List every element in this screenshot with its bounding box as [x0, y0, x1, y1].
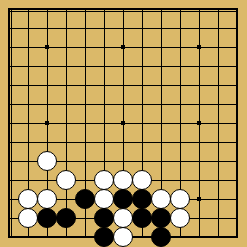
intersection[interactable]: ○: [38, 152, 57, 171]
white-stone: ○: [132, 170, 152, 190]
intersection[interactable]: [76, 19, 95, 38]
intersection[interactable]: [0, 38, 19, 57]
intersection[interactable]: ○: [38, 190, 57, 209]
intersection[interactable]: [114, 38, 133, 57]
intersection[interactable]: [190, 19, 209, 38]
intersection[interactable]: ●: [57, 209, 76, 228]
intersection[interactable]: [76, 0, 95, 19]
intersection[interactable]: [95, 0, 114, 19]
intersection[interactable]: [38, 57, 57, 76]
intersection[interactable]: [38, 38, 57, 57]
intersection[interactable]: [190, 114, 209, 133]
black-stone: ●: [113, 189, 133, 209]
intersection[interactable]: [228, 114, 247, 133]
intersection[interactable]: ○: [152, 190, 171, 209]
intersection[interactable]: [114, 114, 133, 133]
intersection[interactable]: [0, 171, 19, 190]
intersection[interactable]: [19, 171, 38, 190]
intersection[interactable]: [152, 76, 171, 95]
intersection[interactable]: [114, 133, 133, 152]
intersection[interactable]: [0, 19, 19, 38]
intersection[interactable]: [209, 133, 228, 152]
intersection[interactable]: [171, 152, 190, 171]
intersection[interactable]: ●: [95, 228, 114, 247]
intersection[interactable]: [171, 171, 190, 190]
intersection[interactable]: [228, 209, 247, 228]
intersection[interactable]: [57, 19, 76, 38]
black-stone: ●: [75, 189, 95, 209]
intersection[interactable]: [76, 38, 95, 57]
black-stone: ●: [151, 208, 171, 228]
intersection[interactable]: [190, 38, 209, 57]
intersection[interactable]: [57, 95, 76, 114]
intersection[interactable]: ○: [95, 171, 114, 190]
intersection[interactable]: [114, 95, 133, 114]
intersection[interactable]: [171, 0, 190, 19]
intersection[interactable]: [114, 76, 133, 95]
intersection[interactable]: [19, 0, 38, 19]
intersection[interactable]: [57, 133, 76, 152]
intersection[interactable]: ●: [114, 190, 133, 209]
intersection[interactable]: ○: [19, 209, 38, 228]
intersection[interactable]: [190, 228, 209, 247]
intersection[interactable]: [0, 228, 19, 247]
intersection[interactable]: [190, 171, 209, 190]
intersection[interactable]: [114, 57, 133, 76]
intersection[interactable]: [133, 114, 152, 133]
go-board: ○○○○○○○●○●●○○○●●●○●●○●○●: [0, 0, 247, 247]
intersection[interactable]: ●: [38, 209, 57, 228]
intersection[interactable]: [95, 57, 114, 76]
intersection[interactable]: [38, 19, 57, 38]
intersection[interactable]: [190, 0, 209, 19]
intersection[interactable]: [114, 152, 133, 171]
white-stone: ○: [113, 170, 133, 190]
intersection[interactable]: [19, 228, 38, 247]
hoshi-dot: [45, 45, 49, 49]
intersection[interactable]: [95, 152, 114, 171]
intersection[interactable]: [76, 228, 95, 247]
intersection[interactable]: [0, 209, 19, 228]
intersection[interactable]: [209, 95, 228, 114]
intersection[interactable]: [190, 209, 209, 228]
intersection[interactable]: [133, 0, 152, 19]
white-stone: ○: [113, 208, 133, 228]
intersection[interactable]: [228, 38, 247, 57]
hoshi-dot: [45, 121, 49, 125]
intersection[interactable]: [152, 19, 171, 38]
intersection[interactable]: ○: [171, 209, 190, 228]
intersection[interactable]: [228, 19, 247, 38]
white-stone: ○: [18, 208, 38, 228]
intersection[interactable]: [57, 190, 76, 209]
intersection[interactable]: [171, 228, 190, 247]
intersection[interactable]: [228, 0, 247, 19]
intersection[interactable]: [19, 19, 38, 38]
intersection[interactable]: [133, 57, 152, 76]
intersection[interactable]: ●: [152, 209, 171, 228]
intersection[interactable]: [133, 38, 152, 57]
intersection[interactable]: [76, 133, 95, 152]
intersection[interactable]: [209, 171, 228, 190]
intersection[interactable]: [209, 57, 228, 76]
white-stone: ○: [56, 170, 76, 190]
white-stone: ○: [151, 189, 171, 209]
intersection[interactable]: [228, 171, 247, 190]
intersection[interactable]: [19, 152, 38, 171]
intersection[interactable]: [19, 38, 38, 57]
white-stone: ○: [170, 208, 190, 228]
intersection[interactable]: [171, 133, 190, 152]
intersection[interactable]: [152, 38, 171, 57]
intersection[interactable]: [190, 190, 209, 209]
hoshi-dot: [197, 197, 201, 201]
intersection[interactable]: [19, 57, 38, 76]
intersection[interactable]: [209, 19, 228, 38]
white-stone: ○: [37, 189, 57, 209]
black-stone: ●: [151, 227, 171, 247]
intersection[interactable]: [152, 95, 171, 114]
intersection[interactable]: [76, 152, 95, 171]
white-stone: ○: [94, 189, 114, 209]
intersection[interactable]: [57, 228, 76, 247]
intersection[interactable]: [152, 114, 171, 133]
intersection[interactable]: ●: [133, 209, 152, 228]
intersection[interactable]: ○: [114, 171, 133, 190]
intersection[interactable]: [171, 19, 190, 38]
intersection[interactable]: [76, 57, 95, 76]
intersection[interactable]: [209, 209, 228, 228]
intersection[interactable]: [152, 57, 171, 76]
intersection[interactable]: [76, 171, 95, 190]
intersection[interactable]: [133, 19, 152, 38]
intersection[interactable]: [95, 76, 114, 95]
intersection[interactable]: [209, 228, 228, 247]
intersection[interactable]: [19, 76, 38, 95]
intersection[interactable]: [190, 152, 209, 171]
intersection[interactable]: [19, 133, 38, 152]
intersection[interactable]: ●: [152, 228, 171, 247]
intersection[interactable]: [0, 95, 19, 114]
intersection[interactable]: [133, 228, 152, 247]
intersection[interactable]: [38, 0, 57, 19]
intersection[interactable]: [0, 0, 19, 19]
intersection[interactable]: [19, 114, 38, 133]
intersection[interactable]: [0, 114, 19, 133]
intersection[interactable]: [209, 114, 228, 133]
intersection[interactable]: ●: [95, 209, 114, 228]
intersection[interactable]: [38, 171, 57, 190]
intersection[interactable]: [0, 57, 19, 76]
black-stone: ●: [132, 189, 152, 209]
intersection[interactable]: [171, 114, 190, 133]
go-board-screenshot: ○○○○○○○●○●●○○○●●●○●●○●○●: [0, 0, 247, 247]
intersection[interactable]: [95, 114, 114, 133]
intersection[interactable]: [228, 228, 247, 247]
intersection[interactable]: [209, 152, 228, 171]
intersection[interactable]: [95, 133, 114, 152]
hoshi-dot: [197, 45, 201, 49]
white-stone: ○: [94, 170, 114, 190]
intersection[interactable]: [209, 0, 228, 19]
intersection[interactable]: [76, 95, 95, 114]
intersection[interactable]: [228, 152, 247, 171]
intersection[interactable]: [57, 38, 76, 57]
intersection[interactable]: [57, 0, 76, 19]
intersection[interactable]: [57, 57, 76, 76]
intersection[interactable]: [57, 152, 76, 171]
white-stone: ○: [18, 189, 38, 209]
intersection[interactable]: [57, 114, 76, 133]
intersection[interactable]: [114, 0, 133, 19]
intersection[interactable]: [133, 95, 152, 114]
black-stone: ●: [132, 208, 152, 228]
intersection[interactable]: [152, 171, 171, 190]
intersection[interactable]: ○: [95, 190, 114, 209]
intersection[interactable]: [171, 95, 190, 114]
hoshi-dot: [121, 45, 125, 49]
intersection[interactable]: ○: [114, 209, 133, 228]
intersection[interactable]: [133, 152, 152, 171]
intersection[interactable]: ○: [114, 228, 133, 247]
intersection[interactable]: [0, 76, 19, 95]
white-stone: ○: [170, 189, 190, 209]
intersection[interactable]: [95, 95, 114, 114]
white-stone: ○: [37, 151, 57, 171]
intersection[interactable]: [76, 209, 95, 228]
intersection[interactable]: [57, 76, 76, 95]
intersection[interactable]: [114, 19, 133, 38]
intersection[interactable]: [133, 133, 152, 152]
intersection[interactable]: [38, 76, 57, 95]
intersection[interactable]: ●: [133, 190, 152, 209]
intersection[interactable]: [171, 38, 190, 57]
intersection[interactable]: [76, 76, 95, 95]
intersection[interactable]: [95, 38, 114, 57]
intersection[interactable]: [19, 95, 38, 114]
intersection[interactable]: [190, 57, 209, 76]
intersection[interactable]: [228, 190, 247, 209]
intersection[interactable]: [171, 76, 190, 95]
black-stone: ●: [56, 208, 76, 228]
intersection[interactable]: [0, 133, 19, 152]
intersection[interactable]: [38, 133, 57, 152]
intersection[interactable]: [95, 19, 114, 38]
intersection[interactable]: [228, 57, 247, 76]
intersection[interactable]: [209, 76, 228, 95]
intersection[interactable]: ○: [171, 190, 190, 209]
intersection[interactable]: [152, 152, 171, 171]
hoshi-dot: [197, 121, 201, 125]
intersection[interactable]: [190, 95, 209, 114]
intersection[interactable]: [228, 133, 247, 152]
intersection[interactable]: [171, 57, 190, 76]
intersection[interactable]: ○: [57, 171, 76, 190]
intersection[interactable]: [209, 38, 228, 57]
intersection[interactable]: [0, 190, 19, 209]
hoshi-dot: [121, 121, 125, 125]
intersection[interactable]: ●: [76, 190, 95, 209]
intersection[interactable]: [38, 114, 57, 133]
intersection[interactable]: ○: [19, 190, 38, 209]
intersection[interactable]: [228, 95, 247, 114]
intersection[interactable]: [38, 228, 57, 247]
intersection[interactable]: [133, 76, 152, 95]
intersection[interactable]: [0, 152, 19, 171]
intersection[interactable]: [190, 76, 209, 95]
intersection[interactable]: [152, 133, 171, 152]
intersection[interactable]: [38, 95, 57, 114]
black-stone: ●: [37, 208, 57, 228]
white-stone: ○: [113, 227, 133, 247]
black-stone: ●: [94, 208, 114, 228]
intersection[interactable]: ○: [133, 171, 152, 190]
intersection[interactable]: [209, 190, 228, 209]
intersection[interactable]: [228, 76, 247, 95]
intersection[interactable]: [76, 114, 95, 133]
intersection[interactable]: [190, 133, 209, 152]
intersection[interactable]: [152, 0, 171, 19]
black-stone: ●: [94, 227, 114, 247]
